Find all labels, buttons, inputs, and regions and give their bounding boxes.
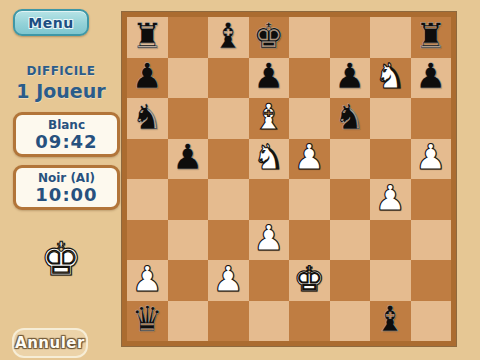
square-c4[interactable]: [208, 179, 249, 220]
piece-black-pawn[interactable]: ♟: [415, 59, 446, 94]
square-g6[interactable]: [370, 98, 411, 139]
black-clock-time: 10:00: [35, 185, 97, 204]
square-d6[interactable]: ♝: [249, 98, 290, 139]
square-c1[interactable]: [208, 301, 249, 342]
white-clock-label: Blanc: [48, 118, 85, 132]
square-c2[interactable]: ♟: [208, 260, 249, 301]
piece-black-pawn[interactable]: ♟: [172, 140, 203, 175]
piece-white-bishop[interactable]: ♝: [253, 100, 284, 135]
piece-white-pawn[interactable]: ♟: [132, 262, 163, 297]
square-a1[interactable]: ♛: [127, 301, 168, 342]
piece-white-pawn[interactable]: ♟: [213, 262, 244, 297]
square-e2[interactable]: ♚: [289, 260, 330, 301]
square-h4[interactable]: [411, 179, 452, 220]
menu-button[interactable]: Menu: [13, 9, 89, 36]
piece-white-pawn[interactable]: ♟: [294, 140, 325, 175]
piece-white-pawn[interactable]: ♟: [415, 140, 446, 175]
piece-black-knight[interactable]: ♞: [132, 100, 163, 135]
square-f3[interactable]: [330, 220, 371, 261]
black-clock: Noir (AI) 10:00: [13, 165, 120, 210]
square-g2[interactable]: [370, 260, 411, 301]
white-clock-time: 09:42: [35, 132, 97, 151]
square-h5[interactable]: ♟: [411, 139, 452, 180]
square-b3[interactable]: [168, 220, 209, 261]
piece-white-pawn[interactable]: ♟: [375, 181, 406, 216]
white-king-turn-icon: ♚: [40, 232, 81, 286]
square-f8[interactable]: [330, 17, 371, 58]
square-a2[interactable]: ♟: [127, 260, 168, 301]
square-h2[interactable]: [411, 260, 452, 301]
square-a7[interactable]: ♟: [127, 58, 168, 99]
square-d1[interactable]: [249, 301, 290, 342]
square-e7[interactable]: [289, 58, 330, 99]
turn-indicator: ♚: [0, 234, 122, 284]
square-d2[interactable]: [249, 260, 290, 301]
square-d4[interactable]: [249, 179, 290, 220]
square-a5[interactable]: [127, 139, 168, 180]
piece-white-knight[interactable]: ♞: [253, 140, 284, 175]
piece-white-knight[interactable]: ♞: [375, 59, 406, 94]
square-g8[interactable]: [370, 17, 411, 58]
piece-white-king[interactable]: ♚: [294, 262, 325, 297]
square-e8[interactable]: [289, 17, 330, 58]
square-c8[interactable]: ♝: [208, 17, 249, 58]
square-a6[interactable]: ♞: [127, 98, 168, 139]
piece-black-bishop[interactable]: ♝: [213, 19, 244, 54]
piece-black-queen[interactable]: ♛: [132, 302, 163, 337]
square-b1[interactable]: [168, 301, 209, 342]
square-f7[interactable]: ♟: [330, 58, 371, 99]
square-f4[interactable]: [330, 179, 371, 220]
square-a4[interactable]: [127, 179, 168, 220]
piece-black-pawn[interactable]: ♟: [334, 59, 365, 94]
piece-black-knight[interactable]: ♞: [334, 100, 365, 135]
square-a8[interactable]: ♜: [127, 17, 168, 58]
square-g7[interactable]: ♞: [370, 58, 411, 99]
square-c7[interactable]: [208, 58, 249, 99]
left-panel: Menu DIFFICILE 1 Joueur Blanc 09:42 Noir…: [0, 0, 122, 360]
square-d5[interactable]: ♞: [249, 139, 290, 180]
square-e1[interactable]: [289, 301, 330, 342]
square-h3[interactable]: [411, 220, 452, 261]
game-mode-block: DIFFICILE 1 Joueur: [0, 64, 122, 102]
board-squares: ♜♝♚♜♟♟♟♞♟♞♝♞♟♞♟♟♟♟♟♟♚♛♝: [127, 17, 451, 341]
square-a3[interactable]: [127, 220, 168, 261]
square-b8[interactable]: [168, 17, 209, 58]
square-h8[interactable]: ♜: [411, 17, 452, 58]
square-e6[interactable]: [289, 98, 330, 139]
square-d7[interactable]: ♟: [249, 58, 290, 99]
square-d3[interactable]: ♟: [249, 220, 290, 261]
square-b4[interactable]: [168, 179, 209, 220]
piece-black-pawn[interactable]: ♟: [132, 59, 163, 94]
square-f5[interactable]: [330, 139, 371, 180]
square-c6[interactable]: [208, 98, 249, 139]
player-count-label: 1 Joueur: [0, 80, 122, 102]
piece-black-king[interactable]: ♚: [253, 19, 284, 54]
square-d8[interactable]: ♚: [249, 17, 290, 58]
black-clock-label: Noir (AI): [38, 171, 95, 185]
square-c3[interactable]: [208, 220, 249, 261]
piece-black-bishop[interactable]: ♝: [375, 302, 406, 337]
square-h1[interactable]: [411, 301, 452, 342]
chess-board: ♜♝♚♜♟♟♟♞♟♞♝♞♟♞♟♟♟♟♟♟♚♛♝: [122, 12, 456, 346]
undo-button-label: Annuler: [15, 334, 85, 352]
difficulty-label: DIFFICILE: [0, 64, 122, 78]
white-clock: Blanc 09:42: [13, 112, 120, 157]
square-g5[interactable]: [370, 139, 411, 180]
square-e5[interactable]: ♟: [289, 139, 330, 180]
square-f6[interactable]: ♞: [330, 98, 371, 139]
square-h6[interactable]: [411, 98, 452, 139]
square-f2[interactable]: [330, 260, 371, 301]
square-e4[interactable]: [289, 179, 330, 220]
square-g4[interactable]: ♟: [370, 179, 411, 220]
piece-black-rook[interactable]: ♜: [132, 19, 163, 54]
square-b7[interactable]: [168, 58, 209, 99]
square-c5[interactable]: [208, 139, 249, 180]
square-h7[interactable]: ♟: [411, 58, 452, 99]
menu-button-label: Menu: [28, 15, 73, 31]
piece-black-rook[interactable]: ♜: [415, 19, 446, 54]
undo-button[interactable]: Annuler: [12, 328, 88, 358]
square-b6[interactable]: [168, 98, 209, 139]
square-b5[interactable]: ♟: [168, 139, 209, 180]
square-e3[interactable]: [289, 220, 330, 261]
piece-white-pawn[interactable]: ♟: [253, 221, 284, 256]
piece-black-pawn[interactable]: ♟: [253, 59, 284, 94]
square-f1[interactable]: [330, 301, 371, 342]
square-g3[interactable]: [370, 220, 411, 261]
square-g1[interactable]: ♝: [370, 301, 411, 342]
square-b2[interactable]: [168, 260, 209, 301]
